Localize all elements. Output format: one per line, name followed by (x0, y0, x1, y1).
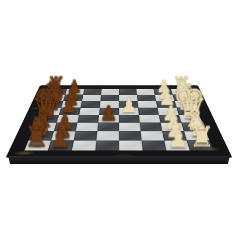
square-f6[interactable] (80, 101, 100, 108)
square-f3[interactable] (138, 101, 158, 108)
square-e3[interactable] (138, 108, 159, 115)
square-e4[interactable]: ♟ (119, 108, 139, 115)
piece-white-pawn: ♟ (167, 128, 188, 150)
scene: ♜♟♟♜♞♟♟♞♝♟♟♝♚♟♟♚♛♟♟♛♝♟♟♝♞♟♟♞♜♟♟♜ (0, 0, 238, 238)
square-b4[interactable] (119, 131, 142, 140)
piece-white-rook: ♜ (189, 124, 214, 150)
piece-black-rook: ♜ (24, 124, 49, 150)
square-b5[interactable] (96, 131, 119, 140)
piece-black-pawn: ♟ (49, 128, 70, 150)
square-b3[interactable] (141, 131, 165, 140)
square-d5[interactable]: ♟ (98, 115, 119, 123)
piece-black-pawn: ♟ (99, 103, 118, 122)
chessboard-frame: ♜♟♟♜♞♟♟♞♝♟♟♝♚♟♟♚♛♟♟♛♝♟♟♝♞♟♟♞♜♟♟♜ (7, 86, 231, 157)
square-a1[interactable]: ♜ (187, 141, 214, 151)
square-a8[interactable]: ♜ (24, 141, 51, 151)
square-a2[interactable]: ♟ (164, 141, 190, 151)
square-d4[interactable] (119, 115, 140, 123)
square-d6[interactable] (77, 115, 99, 123)
square-c6[interactable] (76, 123, 99, 131)
square-e6[interactable] (79, 108, 100, 115)
square-a6[interactable] (72, 141, 97, 151)
square-b6[interactable] (74, 131, 98, 140)
product-photo-chess-set: ♜♟♟♜♞♟♟♞♝♟♟♝♚♟♟♚♛♟♟♛♝♟♟♝♞♟♟♞♜♟♟♜ (0, 0, 238, 238)
chessboard: ♜♟♟♜♞♟♟♞♝♟♟♝♚♟♟♚♛♟♟♛♝♟♟♝♞♟♟♞♜♟♟♜ (24, 89, 213, 151)
board-base-edge (6, 156, 232, 164)
square-c5[interactable] (97, 123, 119, 131)
square-c4[interactable] (119, 123, 141, 131)
square-c3[interactable] (140, 123, 163, 131)
square-a5[interactable] (95, 141, 119, 151)
square-a4[interactable] (119, 141, 143, 151)
square-d3[interactable] (139, 115, 161, 123)
square-a7[interactable]: ♟ (48, 141, 74, 151)
piece-white-pawn: ♟ (120, 96, 138, 114)
square-a3[interactable] (142, 141, 167, 151)
